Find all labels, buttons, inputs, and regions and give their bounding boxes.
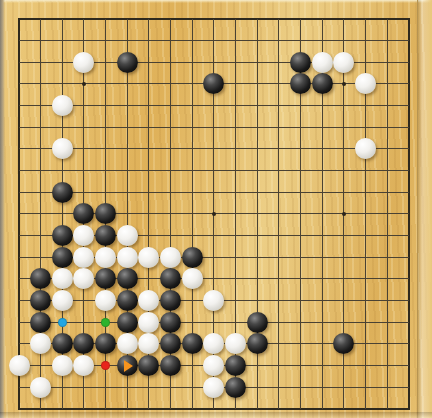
grid-line-horizontal	[19, 322, 409, 323]
stone-white[interactable]	[52, 95, 73, 116]
marker-blue-circle	[58, 318, 67, 327]
grid-line-vertical	[278, 19, 279, 409]
stone-black[interactable]	[52, 225, 73, 246]
stone-black[interactable]	[117, 312, 138, 333]
stone-white[interactable]	[95, 247, 116, 268]
star-point	[342, 82, 346, 86]
stone-black[interactable]	[117, 290, 138, 311]
stone-white[interactable]	[160, 247, 181, 268]
stone-black[interactable]	[225, 377, 246, 398]
grid-line-vertical	[387, 19, 388, 409]
board-frame-top	[0, 0, 432, 3]
stone-white[interactable]	[52, 355, 73, 376]
star-point	[212, 212, 216, 216]
marker-green-circle	[101, 318, 110, 327]
stone-black[interactable]	[247, 312, 268, 333]
stone-white[interactable]	[9, 355, 30, 376]
stone-white[interactable]	[312, 52, 333, 73]
go-board[interactable]	[0, 0, 432, 418]
stone-black[interactable]	[30, 312, 51, 333]
star-point	[82, 82, 86, 86]
board-frame-left	[0, 0, 5, 418]
stone-black[interactable]	[290, 52, 311, 73]
stone-black[interactable]	[117, 52, 138, 73]
board-frame-bottom	[0, 412, 432, 418]
stone-white[interactable]	[30, 377, 51, 398]
stone-white[interactable]	[117, 247, 138, 268]
stone-black[interactable]	[52, 247, 73, 268]
stone-black[interactable]	[52, 182, 73, 203]
marker-orange-triangle	[124, 360, 133, 372]
board-frame-right	[417, 0, 432, 418]
stone-black[interactable]	[160, 312, 181, 333]
stone-black[interactable]	[182, 247, 203, 268]
star-point	[342, 212, 346, 216]
stone-white[interactable]	[52, 290, 73, 311]
stone-white[interactable]	[117, 225, 138, 246]
